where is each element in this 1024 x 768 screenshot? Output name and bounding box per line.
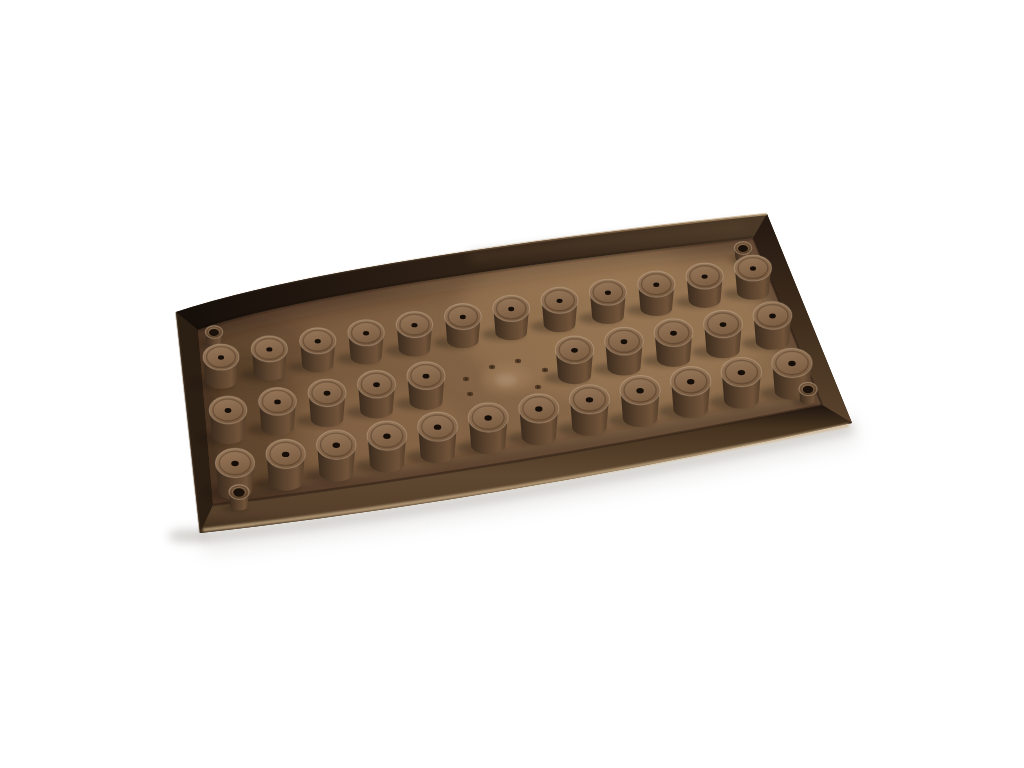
peg-center-hole xyxy=(571,348,578,353)
peg-center-hole xyxy=(605,291,611,295)
peg-center-hole xyxy=(535,406,542,411)
mold-nub xyxy=(463,377,469,381)
peg-center-hole xyxy=(738,245,748,252)
mold-nub xyxy=(535,385,541,389)
peg-center-hole xyxy=(209,329,219,336)
peg-center-hole xyxy=(670,331,677,336)
peg-center-hole xyxy=(653,282,659,286)
scene-svg xyxy=(0,0,1024,768)
peg-center-hole xyxy=(769,314,776,319)
peg-center-hole xyxy=(266,347,272,351)
mold-nub xyxy=(515,359,521,363)
peg-center-hole xyxy=(274,399,281,404)
peg-center-hole xyxy=(621,339,628,344)
mold-nub xyxy=(489,365,495,369)
peg-center-hole xyxy=(720,322,727,327)
mold-nub-center xyxy=(544,369,546,371)
peg-center-hole xyxy=(383,434,390,439)
peg-center-hole xyxy=(750,266,756,270)
peg-center-hole xyxy=(557,299,563,303)
peg-center-hole xyxy=(738,370,745,375)
peg-center-hole xyxy=(803,386,813,394)
peg-center-hole xyxy=(788,361,795,366)
peg-center-hole xyxy=(636,388,643,393)
peg-center-hole xyxy=(231,461,238,466)
floor-stain-core xyxy=(495,374,517,387)
peg-center-hole xyxy=(324,391,331,396)
peg-center-hole xyxy=(434,424,441,429)
peg-center-hole xyxy=(423,374,430,379)
peg-center-hole xyxy=(460,315,466,319)
peg-center-hole xyxy=(484,415,491,420)
peg-center-hole xyxy=(508,307,514,311)
mold-nub-center xyxy=(469,393,471,395)
peg-center-hole xyxy=(233,488,244,496)
mold-nub-center xyxy=(537,386,539,388)
product-photo xyxy=(0,0,1024,768)
peg-center-hole xyxy=(586,397,593,402)
peg-center-hole xyxy=(411,323,417,327)
mold-nub-center xyxy=(517,360,519,362)
peg-center-hole xyxy=(373,382,380,387)
mold-nub xyxy=(467,392,473,396)
peg-center-hole xyxy=(315,339,321,343)
peg-center-hole xyxy=(687,379,694,384)
mold-nub-center xyxy=(465,378,467,380)
peg-center-hole xyxy=(225,408,232,413)
peg-center-hole xyxy=(333,443,340,448)
peg-center-hole xyxy=(702,274,708,278)
peg-center-hole xyxy=(282,452,289,457)
mold-nub-center xyxy=(491,366,493,368)
peg-center-hole xyxy=(218,355,224,359)
peg-center-hole xyxy=(363,331,369,335)
mold-nub xyxy=(542,368,548,372)
